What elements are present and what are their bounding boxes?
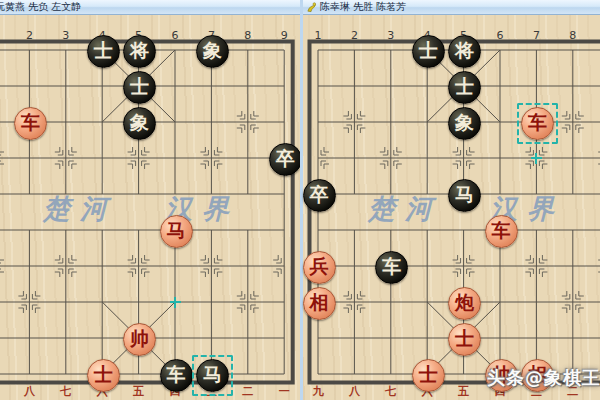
piece-glyph: 车: [528, 110, 547, 136]
bottom-col-label: 八: [344, 385, 364, 398]
piece-red-帅[interactable]: 帅: [123, 323, 156, 356]
left-titlebar[interactable]: 阮黄燕 先负 左文静: [0, 0, 302, 15]
bottom-col-label: 九: [0, 385, 3, 398]
piece-glyph: 马: [203, 362, 222, 388]
piece-black-士[interactable]: 士: [87, 35, 120, 68]
top-col-label: 3: [56, 29, 76, 42]
top-col-label: 8: [563, 29, 583, 42]
piece-glyph: 相: [310, 290, 329, 316]
left-game-title: 阮黄燕 先负 左文静: [0, 0, 81, 14]
bottom-col-label: 五: [129, 385, 149, 398]
piece-black-将[interactable]: 将: [123, 35, 156, 68]
piece-black-士[interactable]: 士: [448, 71, 481, 104]
right-game-window: 陈幸琳 先胜 陈茗芳 123456789九八七六五四三二一楚河汉界士将士象车卒马…: [300, 0, 600, 400]
top-col-label: 1: [0, 29, 3, 42]
piece-black-士[interactable]: 士: [123, 71, 156, 104]
bottom-col-label: 五: [454, 385, 474, 398]
player-icon: [306, 2, 317, 13]
top-col-label: 6: [165, 29, 185, 42]
top-col-label: 1: [308, 29, 328, 42]
piece-glyph: 卒: [310, 182, 329, 208]
piece-glyph: 士: [130, 74, 149, 100]
top-col-label: 6: [490, 29, 510, 42]
bottom-col-label: 八: [19, 385, 39, 398]
piece-black-马[interactable]: 马: [448, 179, 481, 212]
piece-red-兵[interactable]: 兵: [303, 251, 336, 284]
piece-glyph: 车: [492, 218, 511, 244]
left-game-window: 阮黄燕 先负 左文静 123456789九八七六五四三二一楚河汉界士将象士车象卒…: [0, 0, 305, 400]
piece-glyph: 将: [455, 38, 474, 64]
piece-black-将[interactable]: 将: [448, 35, 481, 68]
piece-glyph: 车: [21, 110, 40, 136]
top-col-label: 2: [19, 29, 39, 42]
piece-black-卒[interactable]: 卒: [303, 179, 336, 212]
bottom-col-label: 一: [274, 385, 294, 398]
piece-red-车[interactable]: 车: [521, 107, 554, 140]
piece-red-士[interactable]: 士: [412, 359, 445, 392]
piece-red-相[interactable]: 相: [303, 287, 336, 320]
piece-red-车[interactable]: 车: [14, 107, 47, 140]
piece-black-象[interactable]: 象: [196, 35, 229, 68]
piece-glyph: 士: [455, 326, 474, 352]
top-col-label: 9: [274, 29, 294, 42]
piece-black-车[interactable]: 车: [375, 251, 408, 284]
piece-glyph: 帅: [130, 326, 149, 352]
top-col-label: 8: [238, 29, 258, 42]
piece-glyph: 卒: [276, 146, 295, 172]
bottom-col-label: 七: [56, 385, 76, 398]
bottom-col-label: 七: [381, 385, 401, 398]
piece-glyph: 车: [382, 254, 401, 280]
piece-red-马[interactable]: 马: [160, 215, 193, 248]
top-col-label: 3: [381, 29, 401, 42]
piece-glyph: 马: [455, 182, 474, 208]
piece-red-炮[interactable]: 炮: [448, 287, 481, 320]
right-xiangqi-board[interactable]: 123456789九八七六五四三二一楚河汉界士将士象车卒马车兵车相炮士士帅相: [303, 15, 600, 400]
piece-black-马[interactable]: 马: [196, 359, 229, 392]
right-titlebar[interactable]: 陈幸琳 先胜 陈茗芳: [303, 0, 600, 15]
top-col-label: 7: [526, 29, 546, 42]
piece-glyph: 象: [203, 38, 222, 64]
piece-glyph: 士: [94, 38, 113, 64]
app-screen: 阮黄燕 先负 左文静 123456789九八七六五四三二一楚河汉界士将象士车象卒…: [0, 0, 600, 400]
piece-black-象[interactable]: 象: [448, 107, 481, 140]
piece-black-车[interactable]: 车: [160, 359, 193, 392]
piece-red-士[interactable]: 士: [87, 359, 120, 392]
bottom-col-label: 二: [238, 385, 258, 398]
piece-glyph: 士: [419, 38, 438, 64]
piece-red-士[interactable]: 士: [448, 323, 481, 356]
piece-glyph: 车: [167, 362, 186, 388]
piece-red-车[interactable]: 车: [485, 215, 518, 248]
piece-glyph: 象: [455, 110, 474, 136]
piece-glyph: 士: [419, 362, 438, 388]
piece-glyph: 马: [167, 218, 186, 244]
piece-glyph: 将: [130, 38, 149, 64]
watermark: 头条@象棋王: [487, 366, 600, 390]
piece-glyph: 象: [130, 110, 149, 136]
piece-black-卒[interactable]: 卒: [269, 143, 302, 176]
piece-glyph: 炮: [455, 290, 474, 316]
piece-glyph: 兵: [310, 254, 329, 280]
top-col-label: 2: [344, 29, 364, 42]
right-game-title: 陈幸琳 先胜 陈茗芳: [320, 0, 406, 14]
piece-glyph: 士: [94, 362, 113, 388]
piece-black-象[interactable]: 象: [123, 107, 156, 140]
piece-black-士[interactable]: 士: [412, 35, 445, 68]
piece-glyph: 士: [455, 74, 474, 100]
bottom-col-label: 九: [308, 385, 328, 398]
left-xiangqi-board[interactable]: 123456789九八七六五四三二一楚河汉界士将象士车象卒马帅士车马: [0, 15, 302, 400]
